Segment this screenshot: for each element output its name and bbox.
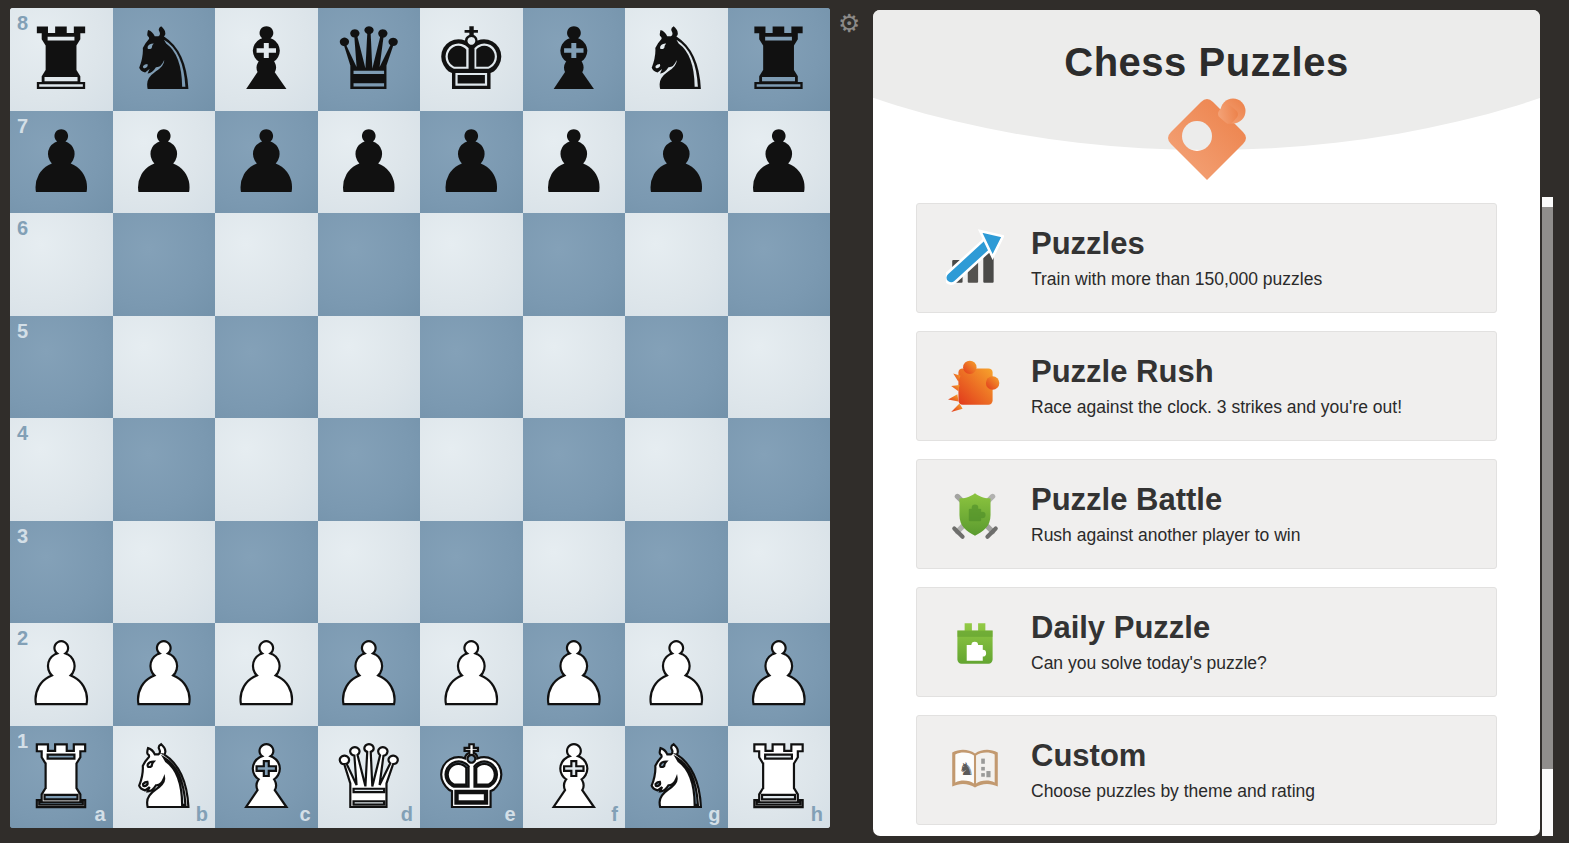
rank-label-1: 1: [17, 731, 28, 751]
square-h5[interactable]: [728, 316, 831, 419]
card-title: Puzzle Battle: [1031, 482, 1300, 518]
square-f1[interactable]: f♝: [523, 726, 626, 829]
card-subtitle: Race against the clock. 3 strikes and yo…: [1031, 397, 1402, 418]
file-label-g: g: [708, 804, 720, 824]
file-label-e: e: [504, 804, 515, 824]
square-g1[interactable]: g♞: [625, 726, 728, 829]
page-title: Chess Puzzles: [873, 40, 1540, 85]
square-b1[interactable]: b♞: [113, 726, 216, 829]
square-c4[interactable]: [215, 418, 318, 521]
square-b3[interactable]: [113, 521, 216, 624]
card-title: Puzzles: [1031, 226, 1322, 262]
piece-white-queen[interactable]: ♛: [330, 734, 407, 820]
card-title: Custom: [1031, 738, 1315, 774]
piece-white-rook[interactable]: ♜: [23, 734, 100, 820]
square-e8[interactable]: ♚: [420, 8, 523, 111]
square-a8[interactable]: 8♜: [10, 8, 113, 111]
piece-black-pawn[interactable]: ♟: [125, 119, 202, 205]
piece-black-knight[interactable]: ♞: [638, 16, 715, 102]
rank-label-3: 3: [17, 526, 28, 546]
square-a7[interactable]: 7♟: [10, 111, 113, 214]
square-e1[interactable]: e♚: [420, 726, 523, 829]
square-g7[interactable]: ♟: [625, 111, 728, 214]
piece-white-pawn[interactable]: ♟: [638, 631, 715, 717]
square-g2[interactable]: ♟: [625, 623, 728, 726]
square-g6[interactable]: [625, 213, 728, 316]
piece-white-pawn[interactable]: ♟: [740, 631, 817, 717]
square-a2[interactable]: 2♟: [10, 623, 113, 726]
panel-scrollbar-track: [1542, 197, 1553, 836]
rank-label-2: 2: [17, 628, 28, 648]
piece-black-king[interactable]: ♚: [433, 16, 510, 102]
piece-white-pawn[interactable]: ♟: [228, 631, 305, 717]
square-h1[interactable]: h♜: [728, 726, 831, 829]
bar-chart-arrow-icon: [946, 229, 1004, 287]
square-d1[interactable]: d♛: [318, 726, 421, 829]
card-subtitle: Train with more than 150,000 puzzles: [1031, 269, 1322, 290]
square-e4[interactable]: [420, 418, 523, 521]
square-a1[interactable]: 1a♜: [10, 726, 113, 829]
file-label-a: a: [94, 804, 105, 824]
square-g8[interactable]: ♞: [625, 8, 728, 111]
square-b7[interactable]: ♟: [113, 111, 216, 214]
puzzle-card-puzzles[interactable]: Puzzles Train with more than 150,000 puz…: [916, 203, 1497, 313]
flaming-puzzle-icon: [946, 357, 1004, 415]
piece-white-pawn[interactable]: ♟: [433, 631, 510, 717]
piece-white-bishop[interactable]: ♝: [228, 734, 305, 820]
square-h8[interactable]: ♜: [728, 8, 831, 111]
rank-label-8: 8: [17, 13, 28, 33]
calendar-puzzle-icon: [946, 613, 1004, 671]
card-title: Puzzle Rush: [1031, 354, 1402, 390]
piece-black-rook[interactable]: ♜: [23, 16, 100, 102]
square-b6[interactable]: [113, 213, 216, 316]
puzzle-card-custom[interactable]: ♞ Custom Choose puzzles by theme and rat…: [916, 715, 1497, 825]
square-d3[interactable]: [318, 521, 421, 624]
file-label-f: f: [611, 804, 618, 824]
rank-label-4: 4: [17, 423, 28, 443]
chess-board[interactable]: 8♜♞♝♛♚♝♞♜7♟♟♟♟♟♟♟♟65432♟♟♟♟♟♟♟♟1a♜b♞c♝d♛…: [10, 8, 830, 828]
puzzle-card-daily-puzzle[interactable]: Daily Puzzle Can you solve today's puzzl…: [916, 587, 1497, 697]
piece-black-pawn[interactable]: ♟: [23, 119, 100, 205]
piece-white-pawn[interactable]: ♟: [535, 631, 612, 717]
piece-black-knight[interactable]: ♞: [125, 16, 202, 102]
card-subtitle: Rush against another player to win: [1031, 525, 1300, 546]
square-d2[interactable]: ♟: [318, 623, 421, 726]
square-f7[interactable]: ♟: [523, 111, 626, 214]
square-d7[interactable]: ♟: [318, 111, 421, 214]
square-c2[interactable]: ♟: [215, 623, 318, 726]
card-title: Daily Puzzle: [1031, 610, 1267, 646]
piece-white-rook[interactable]: ♜: [740, 734, 817, 820]
square-d5[interactable]: [318, 316, 421, 419]
piece-white-knight[interactable]: ♞: [125, 734, 202, 820]
square-c7[interactable]: ♟: [215, 111, 318, 214]
square-g4[interactable]: [625, 418, 728, 521]
svg-text:♞: ♞: [958, 759, 974, 779]
file-label-c: c: [299, 804, 310, 824]
piece-black-rook[interactable]: ♜: [740, 16, 817, 102]
square-g3[interactable]: [625, 521, 728, 624]
piece-black-pawn[interactable]: ♟: [330, 119, 407, 205]
book-icon: ♞: [946, 741, 1004, 799]
square-d4[interactable]: [318, 418, 421, 521]
puzzle-menu: Puzzles Train with more than 150,000 puz…: [916, 203, 1497, 825]
puzzle-card-puzzle-battle[interactable]: Puzzle Battle Rush against another playe…: [916, 459, 1497, 569]
square-b4[interactable]: [113, 418, 216, 521]
square-a6[interactable]: 6: [10, 213, 113, 316]
square-h2[interactable]: ♟: [728, 623, 831, 726]
piece-black-pawn[interactable]: ♟: [228, 119, 305, 205]
panel-scrollbar-thumb[interactable]: [1542, 207, 1553, 769]
square-f6[interactable]: [523, 213, 626, 316]
piece-black-pawn[interactable]: ♟: [433, 119, 510, 205]
square-a4[interactable]: 4: [10, 418, 113, 521]
piece-white-pawn[interactable]: ♟: [330, 631, 407, 717]
square-f2[interactable]: ♟: [523, 623, 626, 726]
card-subtitle: Can you solve today's puzzle?: [1031, 653, 1267, 674]
square-e2[interactable]: ♟: [420, 623, 523, 726]
piece-black-pawn[interactable]: ♟: [740, 119, 817, 205]
piece-black-bishop[interactable]: ♝: [535, 16, 612, 102]
piece-black-pawn[interactable]: ♟: [638, 119, 715, 205]
shield-swords-icon: [946, 485, 1004, 543]
square-f8[interactable]: ♝: [523, 8, 626, 111]
piece-black-bishop[interactable]: ♝: [228, 16, 305, 102]
square-f4[interactable]: [523, 418, 626, 521]
square-c5[interactable]: [215, 316, 318, 419]
square-c1[interactable]: c♝: [215, 726, 318, 829]
square-c3[interactable]: [215, 521, 318, 624]
square-b8[interactable]: ♞: [113, 8, 216, 111]
orange-puzzle-piece-icon: [1157, 98, 1257, 182]
file-label-d: d: [401, 804, 413, 824]
square-e6[interactable]: [420, 213, 523, 316]
piece-black-queen[interactable]: ♛: [330, 16, 407, 102]
square-a5[interactable]: 5: [10, 316, 113, 419]
square-h4[interactable]: [728, 418, 831, 521]
square-f5[interactable]: [523, 316, 626, 419]
square-c8[interactable]: ♝: [215, 8, 318, 111]
square-a3[interactable]: 3: [10, 521, 113, 624]
square-d8[interactable]: ♛: [318, 8, 421, 111]
square-e5[interactable]: [420, 316, 523, 419]
square-h7[interactable]: ♟: [728, 111, 831, 214]
rank-label-6: 6: [17, 218, 28, 238]
square-g5[interactable]: [625, 316, 728, 419]
square-c6[interactable]: [215, 213, 318, 316]
square-b2[interactable]: ♟: [113, 623, 216, 726]
puzzle-card-puzzle-rush[interactable]: Puzzle Rush Race against the clock. 3 st…: [916, 331, 1497, 441]
square-d6[interactable]: [318, 213, 421, 316]
file-label-h: h: [811, 804, 823, 824]
puzzles-panel: Chess Puzzles: [873, 10, 1540, 836]
file-label-b: b: [196, 804, 208, 824]
piece-black-pawn[interactable]: ♟: [535, 119, 612, 205]
piece-white-king[interactable]: ♚: [433, 734, 510, 820]
square-h3[interactable]: [728, 521, 831, 624]
piece-white-pawn[interactable]: ♟: [23, 631, 100, 717]
square-f3[interactable]: [523, 521, 626, 624]
piece-white-pawn[interactable]: ♟: [125, 631, 202, 717]
card-subtitle: Choose puzzles by theme and rating: [1031, 781, 1315, 802]
rank-label-5: 5: [17, 321, 28, 341]
square-e7[interactable]: ♟: [420, 111, 523, 214]
settings-gear-icon[interactable]: ⚙: [838, 9, 860, 38]
square-e3[interactable]: [420, 521, 523, 624]
rank-label-7: 7: [17, 116, 28, 136]
piece-white-bishop[interactable]: ♝: [535, 734, 612, 820]
square-b5[interactable]: [113, 316, 216, 419]
piece-white-knight[interactable]: ♞: [638, 734, 715, 820]
square-h6[interactable]: [728, 213, 831, 316]
